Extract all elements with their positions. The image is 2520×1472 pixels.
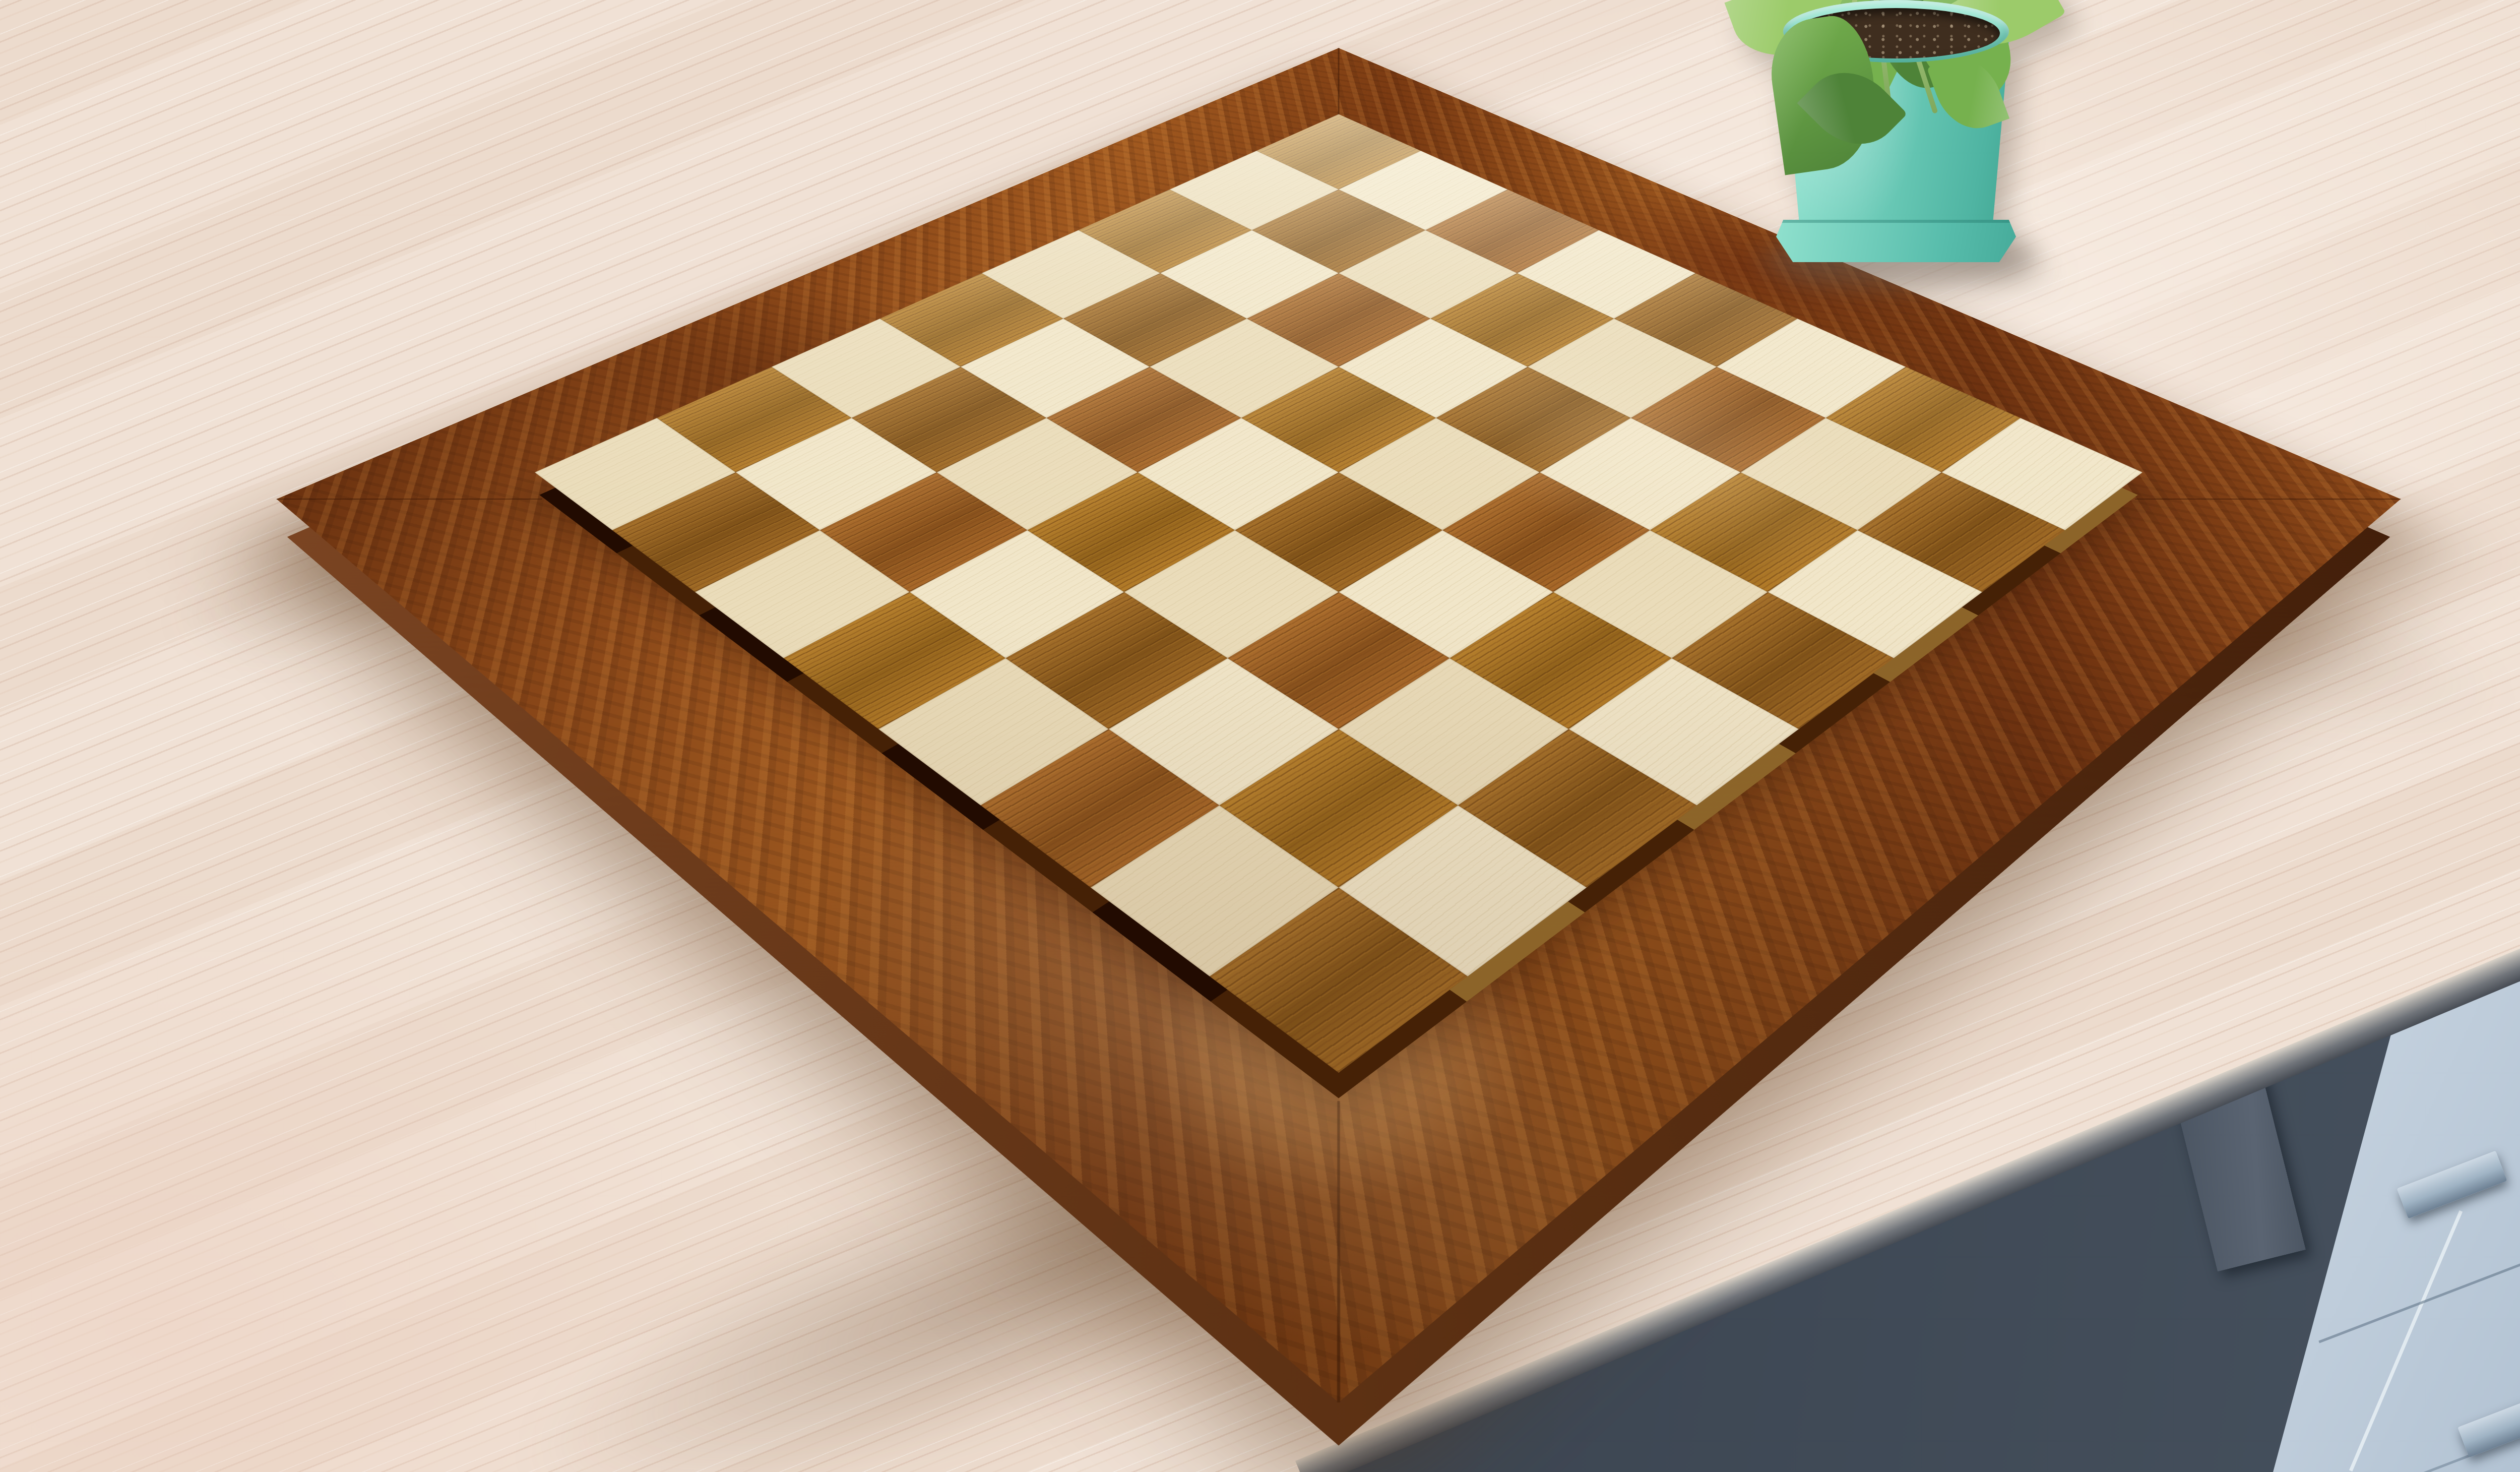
potted-plant [1714, 0, 2097, 297]
frame-miter-joint [1337, 1101, 1340, 1402]
plant-pot-saucer [1776, 220, 2016, 262]
frame-miter-joint [1338, 48, 1339, 138]
frame-miter-joint [2135, 499, 2401, 500]
frame-miter-joint [276, 499, 542, 500]
